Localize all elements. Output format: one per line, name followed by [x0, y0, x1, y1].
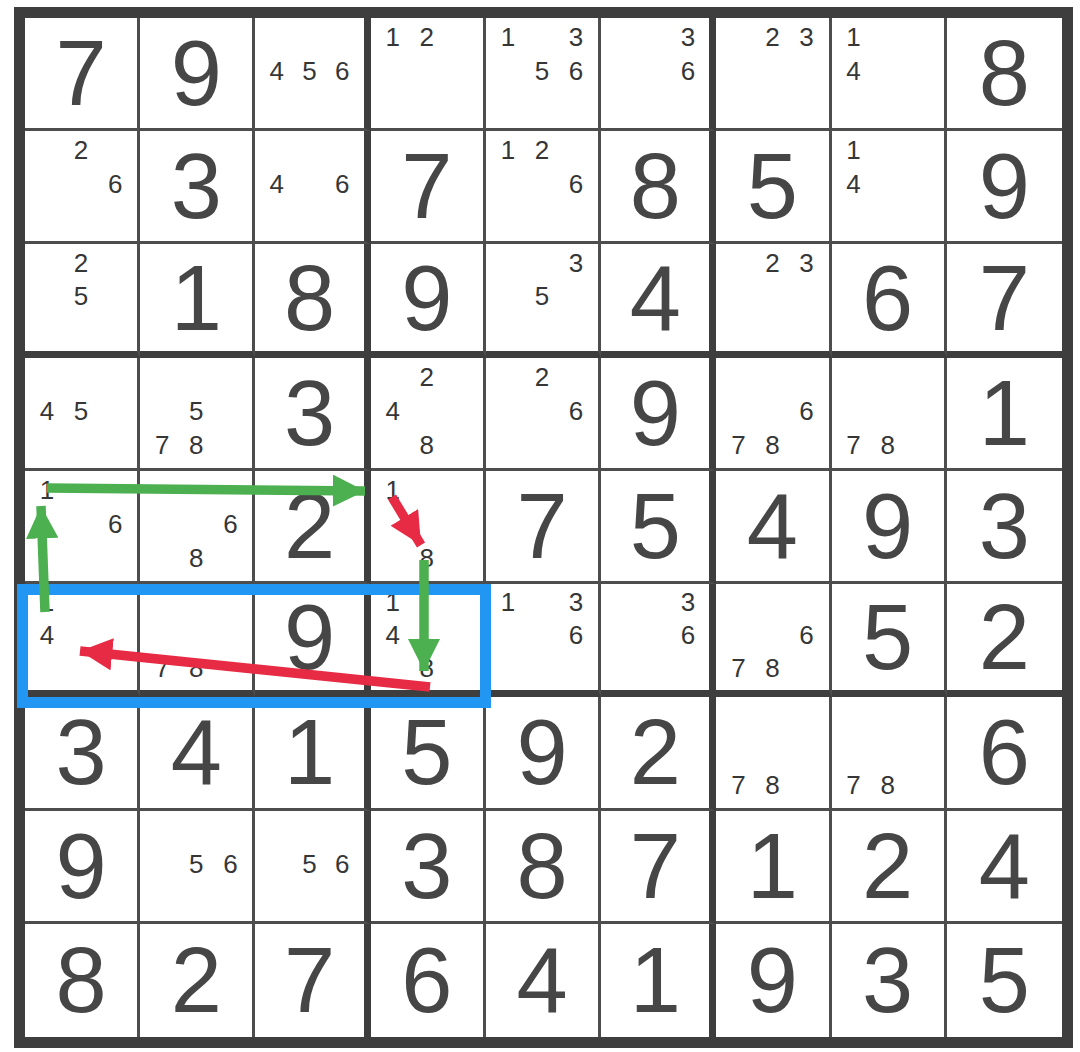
pencil-mark: 6: [559, 619, 593, 652]
pencil-mark: 3: [559, 586, 593, 619]
pencil-mark: 1: [376, 20, 410, 54]
cell-r8c2[interactable]: 56: [140, 811, 255, 924]
cell-r7c6[interactable]: 2: [601, 697, 716, 810]
pencil-mark: 6: [213, 507, 247, 541]
cell-value: 9: [25, 811, 137, 921]
pencil-marks: 16: [30, 473, 132, 575]
pencil-mark: 6: [559, 394, 593, 428]
cell-value: 3: [947, 471, 1062, 581]
pencil-mark: 8: [755, 428, 789, 462]
pencil-marks: 26: [491, 360, 593, 462]
cell-r5c1[interactable]: 16: [25, 471, 140, 584]
cell-r4c2[interactable]: 578: [140, 358, 255, 471]
pencil-mark: 1: [30, 473, 64, 507]
cell-value: 8: [486, 811, 598, 921]
pencil-mark: 8: [755, 652, 789, 685]
cell-value: 8: [25, 924, 137, 1037]
cell-r2c4[interactable]: 7: [371, 131, 486, 244]
cell-r4c3[interactable]: 3: [255, 358, 370, 471]
cell-value: 5: [601, 471, 709, 581]
cell-value: 1: [716, 811, 828, 921]
sudoku-board: 7945612135636231482634671268514925189354…: [25, 18, 1062, 1037]
cell-r5c3[interactable]: 2: [255, 471, 370, 584]
pencil-mark: 8: [410, 428, 444, 462]
cell-value: 1: [947, 358, 1062, 468]
pencil-mark: 5: [64, 394, 98, 428]
cell-r3c7[interactable]: 23: [716, 244, 831, 357]
cell-r6c6[interactable]: 36: [601, 584, 716, 697]
pencil-mark: 6: [789, 619, 823, 652]
cell-r4c7[interactable]: 678: [716, 358, 831, 471]
cell-r7c7[interactable]: 78: [716, 697, 831, 810]
pencil-mark: 1: [491, 586, 525, 619]
pencil-mark: 6: [98, 507, 132, 541]
cell-r9c5[interactable]: 4: [486, 924, 601, 1037]
cell-r3c2[interactable]: 1: [140, 244, 255, 357]
cell-r7c5[interactable]: 9: [486, 697, 601, 810]
pencil-mark: 5: [64, 279, 98, 312]
pencil-mark: 7: [721, 767, 755, 801]
cell-value: 4: [947, 811, 1062, 921]
pencil-mark: 3: [672, 586, 705, 619]
cell-value: 6: [832, 244, 944, 350]
pencil-marks: 678: [721, 586, 823, 684]
pencil-marks: 78: [837, 360, 939, 462]
pencil-mark: 7: [837, 767, 871, 801]
cell-value: 7: [371, 131, 483, 241]
cell-value: 2: [140, 924, 252, 1037]
pencil-marks: 68: [145, 473, 247, 575]
pencil-marks: 136: [491, 586, 593, 684]
cell-r9c6[interactable]: 1: [601, 924, 716, 1037]
pencil-mark: 1: [491, 20, 525, 54]
pencil-mark: 4: [260, 167, 293, 201]
pencil-marks: 678: [721, 360, 823, 462]
pencil-mark: 2: [64, 133, 98, 167]
cell-r1c4[interactable]: 12: [371, 18, 486, 131]
cell-r2c2[interactable]: 3: [140, 131, 255, 244]
pencil-mark: 5: [525, 54, 559, 88]
pencil-marks: 35: [491, 246, 593, 344]
cell-value: 4: [140, 697, 252, 807]
cell-r8c1[interactable]: 9: [25, 811, 140, 924]
pencil-mark: 4: [30, 394, 64, 428]
cell-value: 7: [25, 18, 137, 128]
sudoku-app: 7945612135636231482634671268514925189354…: [0, 0, 1080, 1052]
cell-value: 5: [947, 924, 1062, 1037]
cell-r1c9[interactable]: 8: [947, 18, 1062, 131]
cell-value: 6: [371, 924, 483, 1037]
cell-r3c9[interactable]: 7: [947, 244, 1062, 357]
pencil-mark: 2: [410, 20, 444, 54]
cell-value: 3: [140, 131, 252, 241]
pencil-mark: 6: [559, 54, 593, 88]
cell-value: 3: [255, 358, 363, 468]
pencil-mark: 4: [837, 54, 871, 88]
cell-value: 3: [371, 811, 483, 921]
cell-value: 9: [716, 924, 828, 1037]
pencil-mark: 2: [525, 360, 559, 394]
cell-r9c3[interactable]: 7: [255, 924, 370, 1037]
cell-r4c5[interactable]: 26: [486, 358, 601, 471]
pencil-marks: 126: [491, 133, 593, 235]
cell-r9c9[interactable]: 5: [947, 924, 1062, 1037]
cell-value: 4: [601, 244, 709, 350]
pencil-marks: 1356: [491, 20, 593, 122]
pencil-mark: 7: [837, 428, 871, 462]
cell-r2c8[interactable]: 14: [832, 131, 947, 244]
cell-r2c1[interactable]: 26: [25, 131, 140, 244]
pencil-mark: 2: [755, 246, 789, 279]
cell-r1c6[interactable]: 36: [601, 18, 716, 131]
cell-r4c8[interactable]: 78: [832, 358, 947, 471]
pencil-mark: 2: [755, 20, 789, 54]
cell-r4c4[interactable]: 248: [371, 358, 486, 471]
cell-value: 3: [832, 924, 944, 1037]
pencil-mark: 4: [376, 394, 410, 428]
cell-r1c1[interactable]: 7: [25, 18, 140, 131]
pencil-mark: 1: [837, 20, 871, 54]
cell-r5c9[interactable]: 3: [947, 471, 1062, 584]
cell-r3c4[interactable]: 9: [371, 244, 486, 357]
pencil-marks: 14: [837, 133, 939, 235]
highlight-rectangle: [17, 584, 491, 708]
cell-r5c7[interactable]: 4: [716, 471, 831, 584]
pencil-mark: 6: [672, 619, 705, 652]
pencil-mark: 5: [179, 847, 213, 881]
pencil-mark: 6: [789, 394, 823, 428]
cell-value: 8: [601, 131, 709, 241]
cell-r6c9[interactable]: 2: [947, 584, 1062, 697]
pencil-marks: 456: [260, 20, 358, 122]
cell-r8c8[interactable]: 2: [832, 811, 947, 924]
cell-r8c5[interactable]: 8: [486, 811, 601, 924]
pencil-mark: 7: [721, 652, 755, 685]
cell-value: 7: [255, 924, 363, 1037]
cell-r1c5[interactable]: 1356: [486, 18, 601, 131]
pencil-mark: 6: [559, 167, 593, 201]
cell-value: 7: [601, 811, 709, 921]
cell-r3c6[interactable]: 4: [601, 244, 716, 357]
cell-r8c6[interactable]: 7: [601, 811, 716, 924]
cell-value: 8: [255, 244, 363, 350]
cell-value: 2: [947, 584, 1062, 690]
cell-r9c8[interactable]: 3: [832, 924, 947, 1037]
pencil-marks: 12: [376, 20, 478, 122]
pencil-marks: 14: [837, 20, 939, 122]
cell-value: 9: [947, 131, 1062, 241]
cell-value: 5: [371, 697, 483, 807]
cell-r4c9[interactable]: 1: [947, 358, 1062, 471]
cell-r7c2[interactable]: 4: [140, 697, 255, 810]
pencil-mark: 5: [293, 847, 326, 881]
cell-r5c4[interactable]: 18: [371, 471, 486, 584]
cell-value: 5: [832, 584, 944, 690]
cell-r1c2[interactable]: 9: [140, 18, 255, 131]
cell-value: 7: [947, 244, 1062, 350]
cell-r9c4[interactable]: 6: [371, 924, 486, 1037]
board-frame: 7945612135636231482634671268514925189354…: [14, 7, 1073, 1048]
cell-r2c3[interactable]: 46: [255, 131, 370, 244]
cell-value: 5: [716, 131, 828, 241]
pencil-mark: 4: [837, 167, 871, 201]
cell-r7c1[interactable]: 3: [25, 697, 140, 810]
cell-r4c6[interactable]: 9: [601, 358, 716, 471]
cell-r3c3[interactable]: 8: [255, 244, 370, 357]
pencil-marks: 78: [837, 699, 939, 801]
pencil-mark: 8: [871, 428, 905, 462]
pencil-mark: 3: [559, 246, 593, 279]
pencil-mark: 8: [179, 541, 213, 575]
pencil-marks: 248: [376, 360, 478, 462]
cell-value: 4: [716, 471, 828, 581]
pencil-mark: 7: [145, 428, 179, 462]
cell-value: 3: [25, 697, 137, 807]
pencil-mark: 8: [179, 428, 213, 462]
cell-r9c1[interactable]: 8: [25, 924, 140, 1037]
pencil-marks: 45: [30, 360, 132, 462]
pencil-mark: 3: [789, 20, 823, 54]
cell-r9c2[interactable]: 2: [140, 924, 255, 1037]
cell-r4c1[interactable]: 45: [25, 358, 140, 471]
pencil-marks: 18: [376, 473, 478, 575]
pencil-mark: 3: [559, 20, 593, 54]
pencil-mark: 8: [871, 767, 905, 801]
cell-value: 1: [140, 244, 252, 350]
pencil-marks: 36: [606, 20, 704, 122]
pencil-mark: 7: [721, 428, 755, 462]
cell-value: 6: [947, 697, 1062, 807]
cell-r2c7[interactable]: 5: [716, 131, 831, 244]
cell-r8c3[interactable]: 56: [255, 811, 370, 924]
pencil-mark: 1: [376, 473, 410, 507]
cell-r7c4[interactable]: 5: [371, 697, 486, 810]
cell-r6c8[interactable]: 5: [832, 584, 947, 697]
pencil-mark: 8: [755, 767, 789, 801]
cell-value: 7: [486, 471, 598, 581]
pencil-marks: 56: [145, 813, 247, 915]
cell-r1c3[interactable]: 456: [255, 18, 370, 131]
pencil-mark: 6: [326, 167, 359, 201]
cell-r7c8[interactable]: 78: [832, 697, 947, 810]
pencil-mark: 2: [410, 360, 444, 394]
pencil-mark: 5: [525, 279, 559, 312]
cell-value: 9: [140, 18, 252, 128]
pencil-mark: 6: [326, 54, 359, 88]
cell-value: 9: [601, 358, 709, 468]
pencil-marks: 56: [260, 813, 358, 915]
pencil-mark: 1: [837, 133, 871, 167]
pencil-marks: 23: [721, 246, 823, 344]
pencil-marks: 578: [145, 360, 247, 462]
pencil-mark: 5: [179, 394, 213, 428]
pencil-marks: 26: [30, 133, 132, 235]
cell-value: 8: [947, 18, 1062, 128]
pencil-mark: 2: [64, 246, 98, 279]
cell-r1c8[interactable]: 14: [832, 18, 947, 131]
cell-r5c8[interactable]: 9: [832, 471, 947, 584]
pencil-mark: 6: [672, 54, 705, 88]
cell-value: 2: [832, 811, 944, 921]
cell-r5c6[interactable]: 5: [601, 471, 716, 584]
pencil-mark: 6: [98, 167, 132, 201]
cell-r3c1[interactable]: 25: [25, 244, 140, 357]
cell-r6c7[interactable]: 678: [716, 584, 831, 697]
cell-r2c6[interactable]: 8: [601, 131, 716, 244]
pencil-mark: 6: [326, 847, 359, 881]
pencil-marks: 78: [721, 699, 823, 801]
cell-value: 9: [486, 697, 598, 807]
pencil-marks: 23: [721, 20, 823, 122]
cell-r7c9[interactable]: 6: [947, 697, 1062, 810]
cell-r3c8[interactable]: 6: [832, 244, 947, 357]
cell-r2c5[interactable]: 126: [486, 131, 601, 244]
cell-r8c9[interactable]: 4: [947, 811, 1062, 924]
cell-r5c5[interactable]: 7: [486, 471, 601, 584]
pencil-marks: 36: [606, 586, 704, 684]
cell-value: 1: [601, 924, 709, 1037]
cell-r8c7[interactable]: 1: [716, 811, 831, 924]
cell-r1c7[interactable]: 23: [716, 18, 831, 131]
pencil-mark: 3: [789, 246, 823, 279]
cell-value: 1: [255, 697, 363, 807]
pencil-mark: 5: [293, 54, 326, 88]
pencil-marks: 25: [30, 246, 132, 344]
pencil-mark: 1: [491, 133, 525, 167]
pencil-mark: 6: [213, 847, 247, 881]
cell-r3c5[interactable]: 35: [486, 244, 601, 357]
pencil-mark: 4: [260, 54, 293, 88]
cell-r8c4[interactable]: 3: [371, 811, 486, 924]
cell-value: 9: [371, 244, 483, 350]
cell-r9c7[interactable]: 9: [716, 924, 831, 1037]
pencil-mark: 8: [410, 541, 444, 575]
cell-r5c2[interactable]: 68: [140, 471, 255, 584]
cell-value: 2: [601, 697, 709, 807]
cell-r7c3[interactable]: 1: [255, 697, 370, 810]
cell-value: 2: [255, 471, 363, 581]
cell-r2c9[interactable]: 9: [947, 131, 1062, 244]
pencil-mark: 3: [672, 20, 705, 54]
pencil-mark: 2: [525, 133, 559, 167]
cell-value: 9: [832, 471, 944, 581]
pencil-marks: 46: [260, 133, 358, 235]
cell-r6c5[interactable]: 136: [486, 584, 601, 697]
cell-value: 4: [486, 924, 598, 1037]
